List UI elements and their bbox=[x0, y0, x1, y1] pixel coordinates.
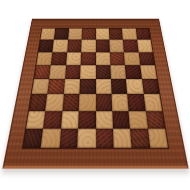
square-c1 bbox=[59, 128, 78, 147]
square-b3 bbox=[46, 94, 64, 110]
square-f1 bbox=[113, 128, 132, 147]
square-a1 bbox=[23, 128, 43, 147]
square-a3 bbox=[29, 94, 48, 110]
board-grid bbox=[22, 28, 170, 149]
square-e5 bbox=[96, 65, 111, 79]
square-d4 bbox=[80, 79, 96, 94]
square-d5 bbox=[80, 65, 95, 79]
square-a5 bbox=[34, 65, 51, 79]
square-c5 bbox=[65, 65, 81, 79]
square-h2 bbox=[145, 111, 164, 129]
square-h6 bbox=[138, 52, 154, 65]
square-f8 bbox=[109, 28, 123, 39]
square-d3 bbox=[79, 94, 96, 110]
square-a4 bbox=[32, 79, 50, 94]
square-c2 bbox=[61, 111, 79, 129]
square-d8 bbox=[82, 28, 96, 39]
square-a7 bbox=[38, 40, 54, 52]
square-d7 bbox=[81, 40, 95, 52]
square-e1 bbox=[96, 128, 114, 147]
square-h3 bbox=[143, 94, 162, 110]
square-b2 bbox=[43, 111, 62, 129]
square-d1 bbox=[77, 128, 95, 147]
square-d6 bbox=[81, 52, 96, 65]
square-g1 bbox=[130, 128, 150, 147]
square-h4 bbox=[142, 79, 160, 94]
square-b6 bbox=[51, 52, 67, 65]
square-e6 bbox=[96, 52, 111, 65]
square-f3 bbox=[111, 94, 128, 110]
square-d2 bbox=[78, 111, 95, 129]
square-h8 bbox=[135, 28, 150, 39]
square-a8 bbox=[40, 28, 55, 39]
square-c3 bbox=[62, 94, 79, 110]
square-b8 bbox=[54, 28, 69, 39]
square-f6 bbox=[110, 52, 125, 65]
square-e2 bbox=[96, 111, 113, 129]
square-a6 bbox=[36, 52, 52, 65]
square-g6 bbox=[124, 52, 140, 65]
square-b7 bbox=[53, 40, 68, 52]
square-b1 bbox=[41, 128, 61, 147]
chess-board-frame bbox=[2, 19, 188, 169]
square-e7 bbox=[96, 40, 110, 52]
square-g5 bbox=[125, 65, 141, 79]
square-g7 bbox=[123, 40, 138, 52]
square-f5 bbox=[110, 65, 126, 79]
square-c7 bbox=[67, 40, 82, 52]
square-c4 bbox=[64, 79, 81, 94]
square-g4 bbox=[126, 79, 143, 94]
square-f4 bbox=[111, 79, 128, 94]
square-c6 bbox=[66, 52, 81, 65]
square-h1 bbox=[148, 128, 168, 147]
square-c8 bbox=[68, 28, 82, 39]
photo-background bbox=[0, 0, 190, 190]
square-h7 bbox=[137, 40, 153, 52]
square-b4 bbox=[48, 79, 65, 94]
square-g8 bbox=[122, 28, 137, 39]
square-f7 bbox=[109, 40, 124, 52]
square-h5 bbox=[140, 65, 157, 79]
square-b5 bbox=[49, 65, 65, 79]
square-g3 bbox=[127, 94, 145, 110]
square-e3 bbox=[96, 94, 113, 110]
square-e8 bbox=[96, 28, 110, 39]
square-e4 bbox=[96, 79, 112, 94]
square-f2 bbox=[112, 111, 130, 129]
